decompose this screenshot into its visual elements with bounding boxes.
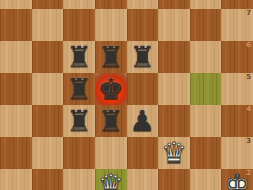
square-a8[interactable] bbox=[0, 0, 32, 9]
square-b7[interactable] bbox=[32, 9, 64, 41]
square-b6[interactable] bbox=[32, 41, 64, 73]
square-b8[interactable] bbox=[32, 0, 64, 9]
square-a5[interactable] bbox=[0, 73, 32, 105]
black-rook-e6[interactable]: ♜ bbox=[127, 41, 159, 73]
square-d7[interactable] bbox=[95, 9, 127, 41]
square-a2[interactable] bbox=[0, 169, 32, 190]
square-g4[interactable] bbox=[190, 105, 222, 137]
square-a6[interactable] bbox=[0, 41, 32, 73]
rank-coordinate-6: 6 bbox=[246, 42, 251, 49]
black-rook-c5[interactable]: ♜ bbox=[63, 73, 95, 105]
square-e3[interactable] bbox=[127, 137, 159, 169]
square-e2[interactable] bbox=[127, 169, 159, 190]
black-rook-d4[interactable]: ♜ bbox=[95, 105, 127, 137]
rank-coordinate-3: 3 bbox=[246, 138, 251, 145]
square-a3[interactable] bbox=[0, 137, 32, 169]
square-g5[interactable] bbox=[190, 73, 222, 105]
square-h7[interactable]: 7 bbox=[221, 9, 253, 41]
square-c7[interactable] bbox=[63, 9, 95, 41]
square-c8[interactable] bbox=[63, 0, 95, 9]
square-b4[interactable] bbox=[32, 105, 64, 137]
square-d5[interactable]: ♚ bbox=[95, 73, 127, 105]
black-rook-c6[interactable]: ♜ bbox=[63, 41, 95, 73]
square-f8[interactable] bbox=[158, 0, 190, 9]
square-f5[interactable] bbox=[158, 73, 190, 105]
square-h3[interactable]: 3 bbox=[221, 137, 253, 169]
rank-coordinate-5: 5 bbox=[246, 74, 251, 81]
square-f4[interactable] bbox=[158, 105, 190, 137]
black-rook-d6[interactable]: ♜ bbox=[95, 41, 127, 73]
square-c6[interactable]: ♜ bbox=[63, 41, 95, 73]
square-e8[interactable] bbox=[127, 0, 159, 9]
black-pawn-e4[interactable]: ♟ bbox=[127, 105, 159, 137]
white-queen-f3[interactable]: ♛ bbox=[158, 137, 190, 169]
rank-coordinate-4: 4 bbox=[246, 106, 251, 113]
square-e4[interactable]: ♟ bbox=[127, 105, 159, 137]
square-b5[interactable] bbox=[32, 73, 64, 105]
square-a4[interactable] bbox=[0, 105, 32, 137]
square-e6[interactable]: ♜ bbox=[127, 41, 159, 73]
square-g8[interactable] bbox=[190, 0, 222, 9]
square-g2[interactable] bbox=[190, 169, 222, 190]
square-c4[interactable]: ♜ bbox=[63, 105, 95, 137]
square-d3[interactable] bbox=[95, 137, 127, 169]
square-a7[interactable] bbox=[0, 9, 32, 41]
square-h4[interactable]: 4 bbox=[221, 105, 253, 137]
square-c2[interactable] bbox=[63, 169, 95, 190]
square-f3[interactable]: ♛ bbox=[158, 137, 190, 169]
square-b3[interactable] bbox=[32, 137, 64, 169]
square-b2[interactable] bbox=[32, 169, 64, 190]
square-g7[interactable] bbox=[190, 9, 222, 41]
square-h5[interactable]: 5 bbox=[221, 73, 253, 105]
square-h6[interactable]: 6 bbox=[221, 41, 253, 73]
black-king-d5[interactable]: ♚ bbox=[95, 73, 127, 105]
rank-coordinate-7: 7 bbox=[246, 10, 251, 17]
square-c5[interactable]: ♜ bbox=[63, 73, 95, 105]
square-d2[interactable]: ♛ bbox=[95, 169, 127, 190]
square-d4[interactable]: ♜ bbox=[95, 105, 127, 137]
black-rook-c4[interactable]: ♜ bbox=[63, 105, 95, 137]
square-d6[interactable]: ♜ bbox=[95, 41, 127, 73]
square-f6[interactable] bbox=[158, 41, 190, 73]
square-c3[interactable] bbox=[63, 137, 95, 169]
chess-board: 7♜♜♜6♜♚5♜♜♟4♛3♛2♚ bbox=[0, 0, 253, 190]
square-g3[interactable] bbox=[190, 137, 222, 169]
square-e5[interactable] bbox=[127, 73, 159, 105]
square-f7[interactable] bbox=[158, 9, 190, 41]
chess-board-viewport: 7♜♜♜6♜♚5♜♜♟4♛3♛2♚ bbox=[0, 0, 253, 190]
square-f2[interactable] bbox=[158, 169, 190, 190]
square-h2[interactable]: 2♚ bbox=[221, 169, 253, 190]
square-h8[interactable] bbox=[221, 0, 253, 9]
square-d8[interactable] bbox=[95, 0, 127, 9]
square-e7[interactable] bbox=[127, 9, 159, 41]
white-queen-d2[interactable]: ♛ bbox=[95, 169, 127, 190]
square-g6[interactable] bbox=[190, 41, 222, 73]
rank-coordinate-2: 2 bbox=[246, 170, 251, 177]
